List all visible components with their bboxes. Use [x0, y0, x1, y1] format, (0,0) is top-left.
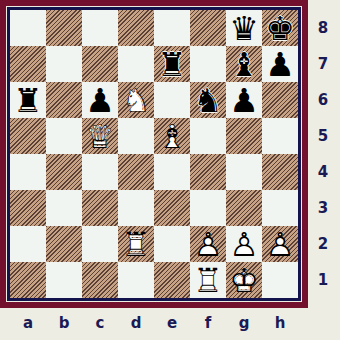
white-piece-outline-glyph: ♙ — [190, 226, 226, 262]
piece-white-king-g1[interactable]: ♚♔ — [226, 262, 262, 298]
white-piece-outline-glyph: ♘ — [118, 82, 154, 118]
square-g5[interactable] — [226, 118, 262, 154]
piece-black-rook-e7[interactable]: ♜ — [154, 46, 190, 82]
square-d1[interactable] — [118, 262, 154, 298]
chess-board: ♛♚♜♝♟♜♟♞♘♞♟♛♕♝♗♜♖♟♙♟♙♟♙♜♖♚♔ — [10, 10, 298, 298]
square-a1[interactable] — [10, 262, 46, 298]
black-piece-glyph: ♝ — [226, 46, 262, 82]
white-piece-outline-glyph: ♖ — [118, 226, 154, 262]
white-piece-outline-glyph: ♙ — [226, 226, 262, 262]
rank-label-4: 4 — [308, 154, 338, 190]
square-d3[interactable] — [118, 190, 154, 226]
black-piece-glyph: ♚ — [262, 10, 298, 46]
square-e4[interactable] — [154, 154, 190, 190]
square-b8[interactable] — [46, 10, 82, 46]
square-h5[interactable] — [262, 118, 298, 154]
square-e5[interactable]: ♝♗ — [154, 118, 190, 154]
rank-label-7: 7 — [308, 46, 338, 82]
square-e6[interactable] — [154, 82, 190, 118]
square-g4[interactable] — [226, 154, 262, 190]
board-frame-inner-line: ♛♚♜♝♟♜♟♞♘♞♟♛♕♝♗♜♖♟♙♟♙♟♙♜♖♚♔ — [6, 6, 302, 302]
square-h1[interactable] — [262, 262, 298, 298]
rank-label-3: 3 — [308, 190, 338, 226]
square-f3[interactable] — [190, 190, 226, 226]
file-label-e: e — [154, 308, 190, 338]
square-e3[interactable] — [154, 190, 190, 226]
square-b4[interactable] — [46, 154, 82, 190]
black-piece-glyph: ♟ — [82, 82, 118, 118]
piece-white-bishop-e5[interactable]: ♝♗ — [154, 118, 190, 154]
square-b5[interactable] — [46, 118, 82, 154]
square-e2[interactable] — [154, 226, 190, 262]
square-e7[interactable]: ♜ — [154, 46, 190, 82]
square-e8[interactable] — [154, 10, 190, 46]
board-border: ♛♚♜♝♟♜♟♞♘♞♟♛♕♝♗♜♖♟♙♟♙♟♙♜♖♚♔ — [7, 7, 301, 301]
square-c5[interactable]: ♛♕ — [82, 118, 118, 154]
black-piece-glyph: ♞ — [190, 82, 226, 118]
piece-white-rook-f1[interactable]: ♜♖ — [190, 262, 226, 298]
square-f6[interactable]: ♞ — [190, 82, 226, 118]
square-g7[interactable]: ♝ — [226, 46, 262, 82]
chess-diagram: ♛♚♜♝♟♜♟♞♘♞♟♛♕♝♗♜♖♟♙♟♙♟♙♜♖♚♔ abcdefgh 876… — [0, 0, 340, 340]
square-d7[interactable] — [118, 46, 154, 82]
piece-white-knight-d6[interactable]: ♞♘ — [118, 82, 154, 118]
square-a5[interactable] — [10, 118, 46, 154]
piece-white-rook-d2[interactable]: ♜♖ — [118, 226, 154, 262]
square-d8[interactable] — [118, 10, 154, 46]
square-g2[interactable]: ♟♙ — [226, 226, 262, 262]
white-piece-outline-glyph: ♕ — [82, 118, 118, 154]
square-c1[interactable] — [82, 262, 118, 298]
square-f7[interactable] — [190, 46, 226, 82]
piece-black-pawn-g6[interactable]: ♟ — [226, 82, 262, 118]
square-f8[interactable] — [190, 10, 226, 46]
square-c8[interactable] — [82, 10, 118, 46]
square-a7[interactable] — [10, 46, 46, 82]
piece-black-king-h8[interactable]: ♚ — [262, 10, 298, 46]
piece-white-pawn-g2[interactable]: ♟♙ — [226, 226, 262, 262]
square-d6[interactable]: ♞♘ — [118, 82, 154, 118]
white-piece-outline-glyph: ♙ — [262, 226, 298, 262]
board-frame: ♛♚♜♝♟♜♟♞♘♞♟♛♕♝♗♜♖♟♙♟♙♟♙♜♖♚♔ — [0, 0, 308, 308]
square-c4[interactable] — [82, 154, 118, 190]
square-g1[interactable]: ♚♔ — [226, 262, 262, 298]
black-piece-glyph: ♜ — [10, 82, 46, 118]
black-piece-glyph: ♜ — [154, 46, 190, 82]
rank-label-2: 2 — [308, 226, 338, 262]
piece-black-knight-f6[interactable]: ♞ — [190, 82, 226, 118]
black-piece-glyph: ♛ — [226, 10, 262, 46]
square-f4[interactable] — [190, 154, 226, 190]
square-a3[interactable] — [10, 190, 46, 226]
piece-black-queen-g8[interactable]: ♛ — [226, 10, 262, 46]
square-b6[interactable] — [46, 82, 82, 118]
square-c6[interactable]: ♟ — [82, 82, 118, 118]
rank-label-8: 8 — [308, 10, 338, 46]
piece-white-pawn-f2[interactable]: ♟♙ — [190, 226, 226, 262]
white-piece-outline-glyph: ♖ — [190, 262, 226, 298]
square-h7[interactable]: ♟ — [262, 46, 298, 82]
square-g8[interactable]: ♛ — [226, 10, 262, 46]
square-b3[interactable] — [46, 190, 82, 226]
rank-label-6: 6 — [308, 82, 338, 118]
square-b1[interactable] — [46, 262, 82, 298]
file-label-b: b — [46, 308, 82, 338]
white-piece-outline-glyph: ♔ — [226, 262, 262, 298]
file-label-d: d — [118, 308, 154, 338]
piece-white-pawn-h2[interactable]: ♟♙ — [262, 226, 298, 262]
square-f1[interactable]: ♜♖ — [190, 262, 226, 298]
square-a2[interactable] — [10, 226, 46, 262]
square-b7[interactable] — [46, 46, 82, 82]
square-h3[interactable] — [262, 190, 298, 226]
square-h4[interactable] — [262, 154, 298, 190]
piece-black-pawn-h7[interactable]: ♟ — [262, 46, 298, 82]
square-d2[interactable]: ♜♖ — [118, 226, 154, 262]
square-a4[interactable] — [10, 154, 46, 190]
square-d4[interactable] — [118, 154, 154, 190]
square-d5[interactable] — [118, 118, 154, 154]
rank-label-5: 5 — [308, 118, 338, 154]
file-label-h: h — [262, 308, 298, 338]
piece-white-queen-c5[interactable]: ♛♕ — [82, 118, 118, 154]
square-h2[interactable]: ♟♙ — [262, 226, 298, 262]
square-b2[interactable] — [46, 226, 82, 262]
black-piece-glyph: ♟ — [226, 82, 262, 118]
file-label-g: g — [226, 308, 262, 338]
file-label-f: f — [190, 308, 226, 338]
file-label-c: c — [82, 308, 118, 338]
file-labels: abcdefgh — [10, 308, 298, 338]
square-f5[interactable] — [190, 118, 226, 154]
piece-black-bishop-g7[interactable]: ♝ — [226, 46, 262, 82]
square-g3[interactable] — [226, 190, 262, 226]
rank-label-1: 1 — [308, 262, 338, 298]
square-h6[interactable] — [262, 82, 298, 118]
square-c7[interactable] — [82, 46, 118, 82]
piece-black-rook-a6[interactable]: ♜ — [10, 82, 46, 118]
file-label-a: a — [10, 308, 46, 338]
square-e1[interactable] — [154, 262, 190, 298]
square-g6[interactable]: ♟ — [226, 82, 262, 118]
black-piece-glyph: ♟ — [262, 46, 298, 82]
square-f2[interactable]: ♟♙ — [190, 226, 226, 262]
square-h8[interactable]: ♚ — [262, 10, 298, 46]
square-a8[interactable] — [10, 10, 46, 46]
piece-black-pawn-c6[interactable]: ♟ — [82, 82, 118, 118]
square-c3[interactable] — [82, 190, 118, 226]
rank-labels: 87654321 — [308, 10, 338, 298]
square-a6[interactable]: ♜ — [10, 82, 46, 118]
square-c2[interactable] — [82, 226, 118, 262]
white-piece-outline-glyph: ♗ — [154, 118, 190, 154]
